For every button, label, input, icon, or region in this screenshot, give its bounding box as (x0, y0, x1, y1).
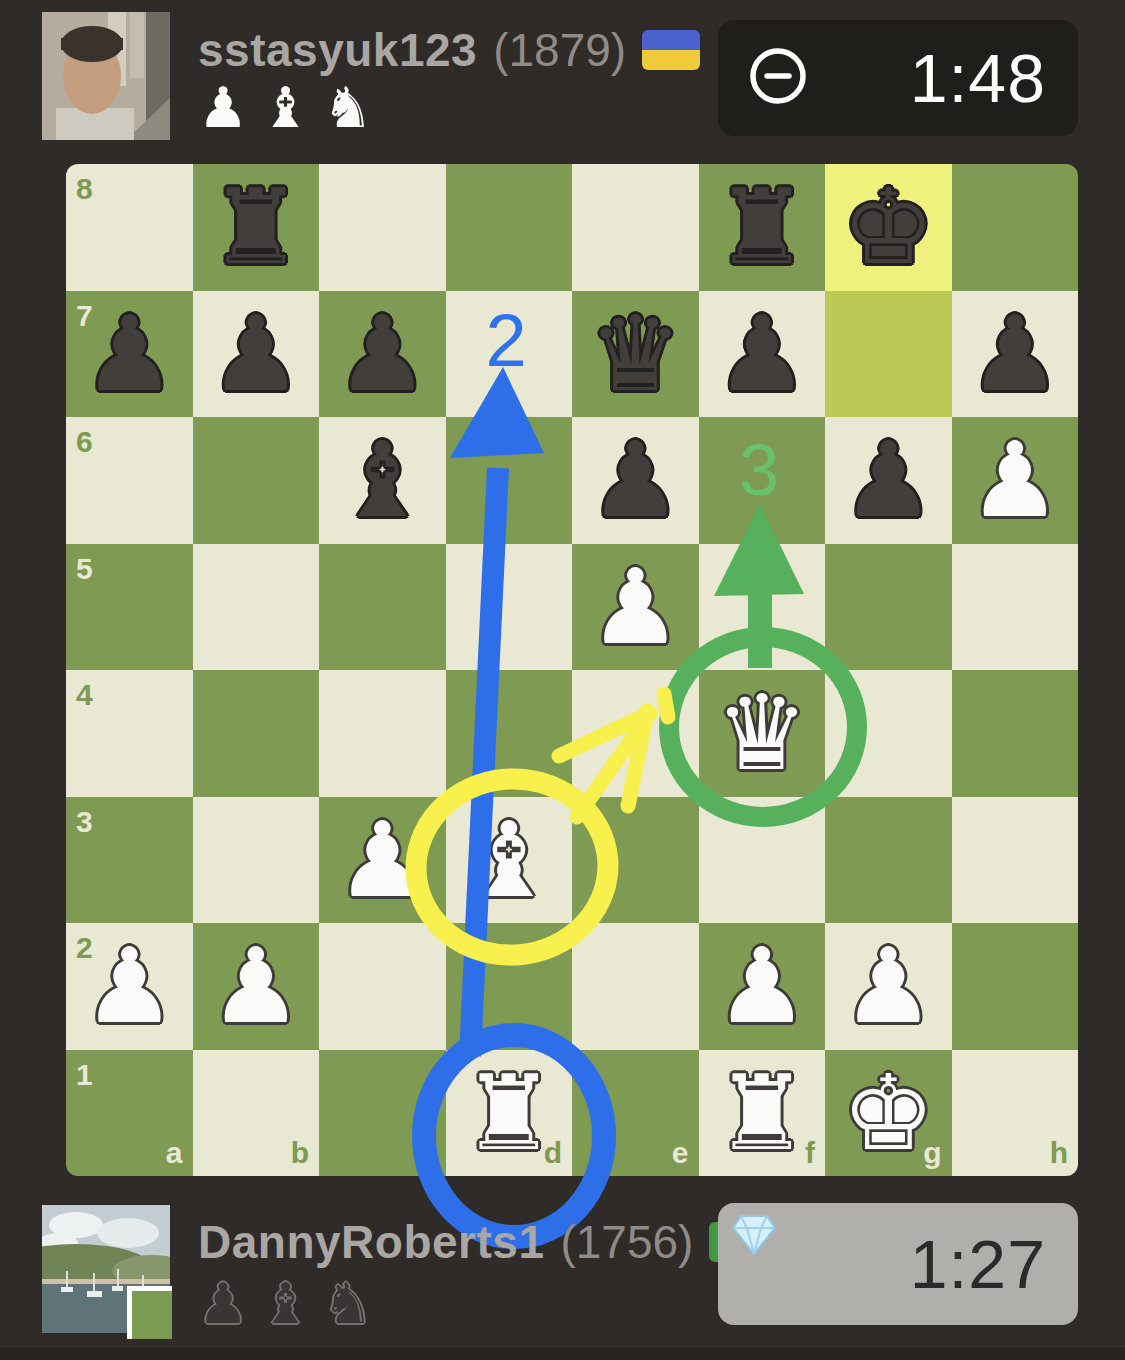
captured-white-knight-icon: ♞ (322, 76, 372, 140)
square-d2[interactable] (446, 923, 573, 1050)
white-rook: ♜ (699, 1050, 826, 1177)
bottom-player-clock: 1:27 (718, 1203, 1078, 1325)
rank-label-4: 4 (76, 678, 93, 712)
square-g3[interactable] (825, 797, 952, 924)
square-d1[interactable]: d♜ (446, 1050, 573, 1177)
square-h6[interactable]: ♟ (952, 417, 1079, 544)
bottom-player-info[interactable]: DannyRoberts1 (1756) (198, 1214, 767, 1270)
rank-label-6: 6 (76, 425, 93, 459)
square-c8[interactable] (319, 164, 446, 291)
top-player-name: sstasyuk123 (198, 23, 477, 77)
circled-minus-icon (748, 46, 808, 110)
square-d4[interactable] (446, 670, 573, 797)
square-c5[interactable] (319, 544, 446, 671)
black-pawn: ♟ (825, 417, 952, 544)
square-h4[interactable] (952, 670, 1079, 797)
square-g4[interactable] (825, 670, 952, 797)
square-d5[interactable] (446, 544, 573, 671)
square-g8[interactable]: ♚ (825, 164, 952, 291)
bottom-player-time: 1:27 (910, 1225, 1046, 1303)
bottom-toolbar-strip (0, 1346, 1125, 1360)
white-pawn: ♟ (699, 923, 826, 1050)
square-c2[interactable] (319, 923, 446, 1050)
square-c3[interactable]: ♟ (319, 797, 446, 924)
black-queen: ♛ (572, 291, 699, 418)
white-pawn: ♟ (952, 417, 1079, 544)
white-bishop: ♝ (446, 797, 573, 924)
white-pawn: ♟ (319, 797, 446, 924)
captured-black-knight-icon: ♞ (322, 1272, 372, 1336)
square-g2[interactable]: ♟ (825, 923, 952, 1050)
square-a2[interactable]: 2♟ (66, 923, 193, 1050)
rank-label-5: 5 (76, 552, 93, 586)
square-d8[interactable] (446, 164, 573, 291)
square-f1[interactable]: f♜ (699, 1050, 826, 1177)
square-b5[interactable] (193, 544, 320, 671)
square-a8[interactable]: 8 (66, 164, 193, 291)
white-rook: ♜ (446, 1050, 573, 1177)
rank-label-3: 3 (76, 805, 93, 839)
square-a4[interactable]: 4 (66, 670, 193, 797)
square-c4[interactable] (319, 670, 446, 797)
black-king: ♚ (825, 164, 952, 291)
white-queen: ♛ (699, 670, 826, 797)
square-f4[interactable]: ♛ (699, 670, 826, 797)
square-a7[interactable]: 7♟ (66, 291, 193, 418)
square-b7[interactable]: ♟ (193, 291, 320, 418)
rank-label-8: 8 (76, 172, 93, 206)
black-rook: ♜ (699, 164, 826, 291)
square-d3[interactable]: ♝ (446, 797, 573, 924)
square-c7[interactable]: ♟ (319, 291, 446, 418)
bottom-player-captured-pieces: ♟♝♞ (198, 1272, 373, 1336)
black-pawn: ♟ (699, 291, 826, 418)
square-b3[interactable] (193, 797, 320, 924)
file-label-a: a (166, 1136, 183, 1170)
square-h8[interactable] (952, 164, 1079, 291)
square-h7[interactable]: ♟ (952, 291, 1079, 418)
white-pawn: ♟ (572, 544, 699, 671)
square-b6[interactable] (193, 417, 320, 544)
square-g7[interactable] (825, 291, 952, 418)
captured-black-bishop-icon: ♝ (260, 1272, 310, 1336)
square-e4[interactable] (572, 670, 699, 797)
square-f6[interactable] (699, 417, 826, 544)
black-pawn: ♟ (193, 291, 320, 418)
square-b4[interactable] (193, 670, 320, 797)
black-rook: ♜ (193, 164, 320, 291)
file-label-b: b (291, 1136, 309, 1170)
captured-black-pawn-icon: ♟ (198, 1272, 248, 1336)
top-player-info[interactable]: sstasyuk123 (1879) (198, 22, 700, 78)
square-d6[interactable] (446, 417, 573, 544)
captured-white-pawn-icon: ♟ (198, 76, 248, 140)
chess-board[interactable]: 8♜♜♚7♟♟♟♛♟♟6♝♟♟♟5♟4♛3♟♝2♟♟♟♟1abcd♜ef♜g♚h (66, 164, 1078, 1176)
square-f8[interactable]: ♜ (699, 164, 826, 291)
square-a6[interactable]: 6 (66, 417, 193, 544)
square-g1[interactable]: g♚ (825, 1050, 952, 1177)
ukraine-flag-icon (642, 30, 700, 70)
white-pawn: ♟ (193, 923, 320, 1050)
square-a5[interactable]: 5 (66, 544, 193, 671)
square-e8[interactable] (572, 164, 699, 291)
white-king: ♚ (825, 1050, 952, 1177)
black-pawn: ♟ (319, 291, 446, 418)
top-player-avatar[interactable] (42, 12, 170, 140)
square-g6[interactable]: ♟ (825, 417, 952, 544)
captured-white-bishop-icon: ♝ (260, 76, 310, 140)
square-e5[interactable]: ♟ (572, 544, 699, 671)
square-d7[interactable] (446, 291, 573, 418)
top-avatar-portrait-image (42, 12, 170, 140)
bottom-player-name: DannyRoberts1 (198, 1215, 544, 1269)
white-pawn: ♟ (825, 923, 952, 1050)
square-b8[interactable]: ♜ (193, 164, 320, 291)
square-f7[interactable]: ♟ (699, 291, 826, 418)
top-player-rating: (1879) (493, 23, 626, 77)
square-h1[interactable]: h (952, 1050, 1079, 1177)
square-c1[interactable]: c (319, 1050, 446, 1177)
square-e6[interactable]: ♟ (572, 417, 699, 544)
square-a1[interactable]: 1a (66, 1050, 193, 1177)
square-e7[interactable]: ♛ (572, 291, 699, 418)
square-e1[interactable]: e (572, 1050, 699, 1177)
square-e2[interactable] (572, 923, 699, 1050)
black-pawn: ♟ (572, 417, 699, 544)
square-a3[interactable]: 3 (66, 797, 193, 924)
square-f3[interactable] (699, 797, 826, 924)
file-label-h: h (1050, 1136, 1068, 1170)
square-f5[interactable] (699, 544, 826, 671)
square-h2[interactable] (952, 923, 1079, 1050)
top-player-clock: 1:48 (718, 20, 1078, 136)
file-label-e: e (672, 1136, 689, 1170)
square-h5[interactable] (952, 544, 1079, 671)
square-c6[interactable]: ♝ (319, 417, 446, 544)
square-h3[interactable] (952, 797, 1079, 924)
file-label-c: c (419, 1136, 436, 1170)
square-b2[interactable]: ♟ (193, 923, 320, 1050)
black-bishop: ♝ (319, 417, 446, 544)
white-pawn: ♟ (66, 923, 193, 1050)
black-pawn: ♟ (66, 291, 193, 418)
diamond-gem-icon (730, 1213, 778, 1261)
square-b1[interactable]: b (193, 1050, 320, 1177)
square-g5[interactable] (825, 544, 952, 671)
square-f2[interactable]: ♟ (699, 923, 826, 1050)
top-player-captured-pieces: ♟♝♞ (198, 76, 373, 140)
black-pawn: ♟ (952, 291, 1079, 418)
square-e3[interactable] (572, 797, 699, 924)
rank-label-1: 1 (76, 1058, 93, 1092)
bottom-player-rating: (1756) (560, 1215, 693, 1269)
top-player-time: 1:48 (910, 39, 1046, 117)
player-color-status-badge (127, 1286, 172, 1339)
